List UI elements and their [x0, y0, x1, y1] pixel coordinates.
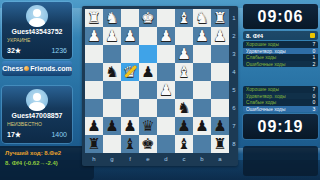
chess-piece-black[interactable]: ♟	[193, 117, 211, 135]
board-square[interactable]: ♟	[175, 117, 193, 135]
chess-piece-white[interactable]: ♟	[175, 45, 193, 63]
player-stars: 32★	[7, 47, 21, 55]
board-square[interactable]: ♝	[121, 135, 139, 153]
file-label: g	[103, 154, 121, 164]
rank-label: 6	[230, 99, 238, 117]
stat-row[interactable]: Ошибочные ходы2	[243, 61, 318, 68]
chess-piece-white[interactable]: ♝	[175, 63, 193, 81]
stats-table-top: Хорошие ходы7Удовлетвор. ходы0Слабые ход…	[243, 41, 318, 67]
chess-piece-black[interactable]: ♜	[211, 135, 229, 153]
board-square[interactable]: ♜	[85, 9, 103, 27]
chess-board: ♜♞♚♝♞♜♟♟♟♟♟♟♟♞♛♟♝♟♞♟♟♟♛♟♟♟♜♝♚♝♜ hgfedcba…	[82, 6, 238, 166]
stat-value: 0	[312, 93, 315, 98]
player-region: НЕИЗВЕСТНО	[7, 122, 42, 127]
player-panel-bottom: Guest47008857 НЕИЗВЕСТНО 17★ 1400	[2, 86, 72, 143]
rank-label: 5	[230, 81, 238, 99]
board-square[interactable]: ♞	[103, 9, 121, 27]
stat-value: 1	[312, 55, 315, 60]
board-square[interactable]: ♜	[211, 9, 229, 27]
chess-piece-white[interactable]: ♟	[193, 27, 211, 45]
chess-piece-white[interactable]: ♟	[85, 27, 103, 45]
chess-piece-black[interactable]: ♝	[121, 135, 139, 153]
file-label: f	[121, 154, 139, 164]
board-square[interactable]: ♝	[175, 63, 193, 81]
board-square[interactable]	[85, 99, 103, 117]
board-square[interactable]: ♟	[103, 117, 121, 135]
board-square[interactable]: ♚	[139, 9, 157, 27]
stat-label: Удовлетвор. ходы	[246, 93, 286, 98]
board-grid: ♜♞♚♝♞♜♟♟♟♟♟♟♟♞♛♟♝♟♞♟♟♟♛♟♟♟♜♝♚♝♜	[85, 9, 229, 153]
board-square[interactable]	[211, 99, 229, 117]
rank-label: 2	[230, 27, 238, 45]
chess-piece-black[interactable]: ♚	[139, 135, 157, 153]
board-square[interactable]	[139, 27, 157, 45]
stat-value: 7	[312, 42, 315, 47]
chess-piece-white[interactable]: ♟	[103, 27, 121, 45]
board-square[interactable]	[85, 81, 103, 99]
rank-label: 1	[230, 9, 238, 27]
player-name: Guest43543752	[2, 28, 72, 35]
chess-piece-white[interactable]: ♜	[85, 9, 103, 27]
chess-piece-black[interactable]: ♟	[121, 117, 139, 135]
file-label: b	[193, 154, 211, 164]
player-name: Guest47008857	[2, 112, 72, 119]
board-square[interactable]	[193, 99, 211, 117]
chess-piece-black[interactable]: ♞	[175, 99, 193, 117]
chess-piece-black[interactable]: ♜	[85, 135, 103, 153]
board-square[interactable]: ♟	[139, 63, 157, 81]
board-square[interactable]	[157, 117, 175, 135]
chat-box[interactable]	[243, 146, 318, 176]
chess-piece-black[interactable]: ♟	[211, 117, 229, 135]
board-square[interactable]: ♟	[193, 117, 211, 135]
rank-label: 7	[230, 117, 238, 135]
board-square[interactable]	[175, 81, 193, 99]
board-square[interactable]	[193, 45, 211, 63]
board-square[interactable]	[121, 81, 139, 99]
move-quality-badge-icon	[310, 33, 315, 38]
chess-piece-white[interactable]: ♝	[175, 9, 193, 27]
board-square[interactable]: ♜	[211, 135, 229, 153]
file-labels: hgfedcba	[85, 154, 229, 164]
stat-label: Ошибочные ходы	[246, 61, 285, 66]
file-label: a	[211, 154, 229, 164]
file-label: h	[85, 154, 103, 164]
chess-piece-black[interactable]: ♞	[103, 63, 121, 81]
board-square[interactable]: ♟	[157, 81, 175, 99]
logo-ball-icon	[24, 66, 29, 71]
stat-label: Слабые ходы	[246, 100, 276, 105]
file-label: d	[157, 154, 175, 164]
avatar-silhouette	[29, 18, 45, 27]
board-square[interactable]	[193, 81, 211, 99]
chess-piece-black[interactable]: ♟	[175, 117, 193, 135]
stat-value: 0	[312, 48, 315, 53]
board-square[interactable]	[121, 45, 139, 63]
chess-piece-white[interactable]: ♜	[211, 9, 229, 27]
board-square[interactable]	[103, 135, 121, 153]
board-square[interactable]	[211, 81, 229, 99]
rank-labels: 12345678	[230, 9, 238, 153]
board-square[interactable]	[157, 45, 175, 63]
player-stars: 17★	[7, 131, 21, 139]
player-rating: 1236	[51, 47, 67, 54]
board-square[interactable]: ♚	[139, 135, 157, 153]
avatar-silhouette	[33, 9, 41, 17]
board-square[interactable]: ♝	[175, 135, 193, 153]
clock-top: 09:06	[243, 4, 318, 29]
rank-label: 3	[230, 45, 238, 63]
best-move-line: Лучший ход: 8.Фe2	[5, 150, 94, 156]
board-square[interactable]: ♟	[103, 27, 121, 45]
file-label: e	[139, 154, 157, 164]
chess-piece-black[interactable]: ♟	[103, 117, 121, 135]
chess-piece-white[interactable]: ♞	[193, 9, 211, 27]
board-square[interactable]	[193, 63, 211, 81]
logo-text: Friends.com	[30, 65, 72, 72]
player-region: УКРАИНЕ	[7, 38, 30, 43]
stat-value: 2	[312, 61, 315, 66]
stat-label: Хорошие ходы	[246, 42, 279, 47]
stat-label: Хорошие ходы	[246, 87, 279, 92]
board-square[interactable]	[139, 45, 157, 63]
stat-label: Удовлетвор. ходы	[246, 48, 286, 53]
board-square[interactable]: ♟	[121, 117, 139, 135]
board-square[interactable]	[157, 99, 175, 117]
board-square[interactable]: ♟	[121, 27, 139, 45]
site-logo: ChessFriends.com	[2, 61, 72, 76]
board-square[interactable]	[157, 135, 175, 153]
stat-row[interactable]: Ошибочные ходы3	[243, 106, 318, 113]
move-quality-line[interactable]: 8. Фf4	[243, 31, 318, 40]
board-square[interactable]: ♟	[193, 27, 211, 45]
board-square[interactable]	[85, 63, 103, 81]
board-square[interactable]	[121, 99, 139, 117]
board-square[interactable]	[121, 9, 139, 27]
board-square[interactable]: ♟	[211, 27, 229, 45]
board-square[interactable]	[103, 81, 121, 99]
board-square[interactable]	[157, 9, 175, 27]
board-square[interactable]: ♜	[85, 135, 103, 153]
board-square[interactable]: ♛	[121, 63, 139, 81]
avatar-silhouette	[29, 102, 45, 111]
analysis-panel: Лучший ход: 8.Фe2 8. Фf4 (-0.62→-2.4)	[0, 146, 94, 180]
chess-piece-black[interactable]: ♟	[139, 63, 157, 81]
board-square[interactable]: ♛	[139, 117, 157, 135]
board-square[interactable]: ♞	[103, 63, 121, 81]
played-move-line: 8. Фf4 (-0.62→-2.4)	[5, 160, 94, 166]
player-rating: 1400	[51, 131, 67, 138]
board-square[interactable]	[211, 63, 229, 81]
stat-label: Слабые ходы	[246, 55, 276, 60]
chess-piece-white[interactable]: ♟	[121, 27, 139, 45]
board-square[interactable]: ♟	[211, 117, 229, 135]
board-square[interactable]: ♟	[157, 27, 175, 45]
chess-piece-white[interactable]: ♚	[139, 9, 157, 27]
chess-piece-white[interactable]: ♟	[211, 27, 229, 45]
file-label: c	[175, 154, 193, 164]
board-square[interactable]: ♟	[85, 117, 103, 135]
avatar	[26, 5, 48, 27]
stats-table-bottom: Хорошие ходы7Удовлетвор. ходы0Слабые ход…	[243, 86, 318, 112]
avatar	[26, 89, 48, 111]
stat-label: Ошибочные ходы	[246, 106, 285, 111]
player-panel-top: Guest43543752 УКРАИНЕ 32★ 1236	[2, 2, 72, 59]
board-square[interactable]	[193, 135, 211, 153]
board-square[interactable]	[157, 63, 175, 81]
chess-piece-black[interactable]: ♛	[139, 117, 157, 135]
chess-piece-white[interactable]: ♟	[157, 27, 175, 45]
board-square[interactable]	[139, 81, 157, 99]
rank-label: 8	[230, 135, 238, 153]
board-square[interactable]	[211, 45, 229, 63]
chess-piece-black[interactable]: ♟	[85, 117, 103, 135]
stat-value: 3	[312, 106, 315, 111]
stat-value: 7	[312, 87, 315, 92]
board-square[interactable]	[85, 45, 103, 63]
board-square[interactable]	[139, 99, 157, 117]
board-square[interactable]: ♞	[193, 9, 211, 27]
chess-piece-white[interactable]: ♞	[103, 9, 121, 27]
board-square[interactable]	[175, 27, 193, 45]
move-label: 8. Фf4	[246, 33, 263, 39]
stat-value: 0	[312, 100, 315, 105]
board-square[interactable]: ♟	[85, 27, 103, 45]
chess-piece-black[interactable]: ♝	[175, 135, 193, 153]
chess-piece-white[interactable]: ♟	[157, 81, 175, 99]
game-screen: Guest43543752 УКРАИНЕ 32★ 1236 ChessFrie…	[0, 0, 320, 180]
rank-label: 4	[230, 63, 238, 81]
board-square[interactable]: ♝	[175, 9, 193, 27]
board-square[interactable]: ♞	[175, 99, 193, 117]
board-square[interactable]	[103, 45, 121, 63]
clock-bottom: 09:19	[243, 114, 318, 139]
board-square[interactable]: ♟	[175, 45, 193, 63]
board-square[interactable]	[103, 99, 121, 117]
avatar-silhouette	[33, 93, 41, 101]
logo-text: Chess	[2, 65, 23, 72]
